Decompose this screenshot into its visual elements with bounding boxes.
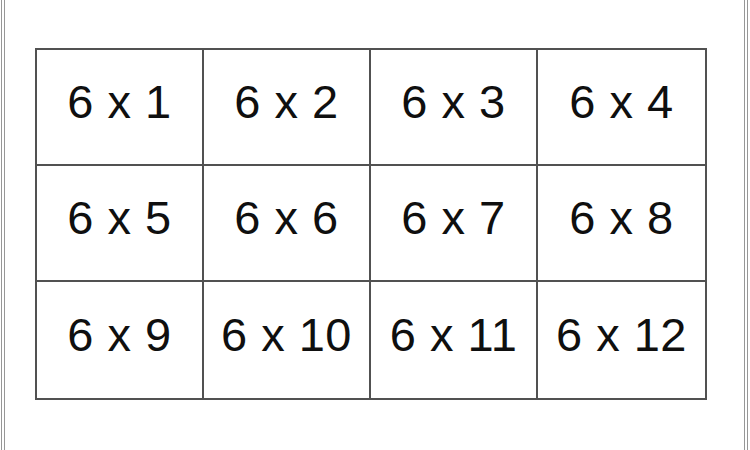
flash-card-label: 6 x 6: [234, 194, 338, 241]
flash-card-label: 6 x 3: [401, 78, 505, 125]
flash-card-label: 6 x 8: [569, 194, 673, 241]
flash-card-6x2: 6 x 2: [204, 50, 371, 166]
flash-card-label: 6 x 11: [390, 311, 518, 358]
flash-card-label: 6 x 2: [234, 78, 338, 125]
flash-card-label: 6 x 12: [556, 311, 687, 358]
flash-card-6x11: 6 x 11: [371, 282, 538, 398]
flash-card-grid: 6 x 1 6 x 2 6 x 3 6 x 4 6 x 5 6 x 6 6 x …: [35, 48, 707, 400]
worksheet-page: 6 x 1 6 x 2 6 x 3 6 x 4 6 x 5 6 x 6 6 x …: [0, 0, 750, 450]
page-edge-line-right: [744, 0, 748, 450]
flash-card-6x4: 6 x 4: [538, 50, 705, 166]
flash-card-6x6: 6 x 6: [204, 166, 371, 282]
flash-card-label: 6 x 5: [67, 194, 171, 241]
flash-card-6x8: 6 x 8: [538, 166, 705, 282]
flash-card-label: 6 x 4: [569, 78, 673, 125]
flash-card-label: 6 x 7: [401, 194, 505, 241]
flash-card-6x3: 6 x 3: [371, 50, 538, 166]
flash-card-6x7: 6 x 7: [371, 166, 538, 282]
flash-card-6x1: 6 x 1: [37, 50, 204, 166]
flash-card-label: 6 x 10: [221, 311, 352, 358]
flash-card-6x9: 6 x 9: [37, 282, 204, 398]
flash-card-6x12: 6 x 12: [538, 282, 705, 398]
flash-card-label: 6 x 1: [67, 78, 171, 125]
page-edge-line-left: [1, 0, 5, 450]
flash-card-label: 6 x 9: [67, 311, 171, 358]
flash-card-6x10: 6 x 10: [204, 282, 371, 398]
flash-card-6x5: 6 x 5: [37, 166, 204, 282]
